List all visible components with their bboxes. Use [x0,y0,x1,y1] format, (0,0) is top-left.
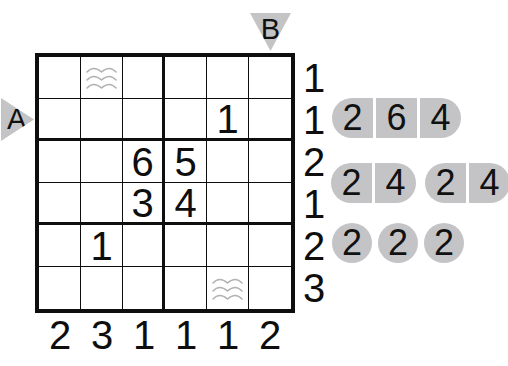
ship-segment[interactable]: 2 [332,98,373,138]
marker-a-label: A [7,105,26,134]
cell-r6c3[interactable] [123,267,165,309]
fleet-row-3: 222 [332,223,464,263]
cell-r4c4[interactable]: 4 [165,183,207,225]
cell-r1c6[interactable] [249,57,291,99]
marker-b: B [250,13,291,51]
ship-3[interactable]: 264 [332,98,461,138]
cell-r5c5[interactable] [207,225,249,267]
cell-r4c1[interactable] [39,183,81,225]
col-clues: 231112 [39,315,291,353]
cell-r3c6[interactable] [249,141,291,183]
cell-r6c1[interactable] [39,267,81,309]
puzzle-canvas: A B 165341 112123 231112 2642424222 [0,0,508,366]
cell-r2c2[interactable] [81,99,123,141]
water-icon [211,276,244,301]
cell-r2c5[interactable]: 1 [207,99,249,141]
col-clue-1: 2 [39,315,81,355]
col-clue-3: 1 [123,315,165,355]
row-clue-4: 1 [299,183,329,225]
row-clue-3: 2 [299,141,329,183]
col-clue-2: 3 [81,315,123,355]
cell-r1c3[interactable] [123,57,165,99]
cell-r6c4[interactable] [165,267,207,309]
cell-r2c6[interactable] [249,99,291,141]
cell-r5c1[interactable] [39,225,81,267]
cell-r3c5[interactable] [207,141,249,183]
cell-r5c3[interactable] [123,225,165,267]
col-clue-4: 1 [165,315,207,355]
ship-segment[interactable]: 2 [331,163,372,203]
cell-r5c2[interactable]: 1 [81,225,123,267]
cell-r4c2[interactable] [81,183,123,225]
cell-r5c6[interactable] [249,225,291,267]
cell-r1c2[interactable] [81,57,123,99]
ship-segment[interactable]: 2 [424,223,464,263]
cell-r3c3[interactable]: 6 [123,141,165,183]
water-icon [85,65,118,90]
fleet-row-1: 264 [332,98,461,138]
marker-a: A [1,98,34,141]
ship-segment[interactable]: 4 [469,163,508,203]
cell-r6c5[interactable] [207,267,249,309]
cell-r3c4[interactable]: 5 [165,141,207,183]
cell-r4c3[interactable]: 3 [123,183,165,225]
row-clues: 112123 [299,57,329,309]
ship-segment[interactable]: 2 [378,223,418,263]
cell-r6c6[interactable] [249,267,291,309]
ship-1[interactable]: 2 [332,223,372,263]
row-clue-5: 2 [299,225,329,267]
row-clue-1: 1 [299,57,329,99]
ship-segment[interactable]: 4 [420,98,461,138]
cell-r1c5[interactable] [207,57,249,99]
cell-r3c2[interactable] [81,141,123,183]
ship-segment[interactable]: 6 [376,98,417,138]
marker-b-label: B [261,15,280,44]
col-clue-5: 1 [207,315,249,355]
cell-r2c1[interactable] [39,99,81,141]
col-clue-6: 2 [249,315,291,355]
fleet-row-2: 2424 [331,163,508,203]
cell-r3c1[interactable] [39,141,81,183]
cell-r1c4[interactable] [165,57,207,99]
row-clue-2: 1 [299,99,329,141]
ship-segment[interactable]: 2 [332,223,372,263]
cell-r1c1[interactable] [39,57,81,99]
ship-segment[interactable]: 4 [375,163,416,203]
row-clue-6: 3 [299,267,329,309]
cell-r6c2[interactable] [81,267,123,309]
ship-segment[interactable]: 2 [425,163,466,203]
cell-r4c5[interactable] [207,183,249,225]
ship-1[interactable]: 2 [378,223,418,263]
cell-r2c4[interactable] [165,99,207,141]
ship-2[interactable]: 24 [331,163,416,203]
ship-2[interactable]: 24 [425,163,508,203]
board: 165341 [35,53,295,313]
cell-r5c4[interactable] [165,225,207,267]
cell-r2c3[interactable] [123,99,165,141]
cell-r4c6[interactable] [249,183,291,225]
ship-1[interactable]: 2 [424,223,464,263]
